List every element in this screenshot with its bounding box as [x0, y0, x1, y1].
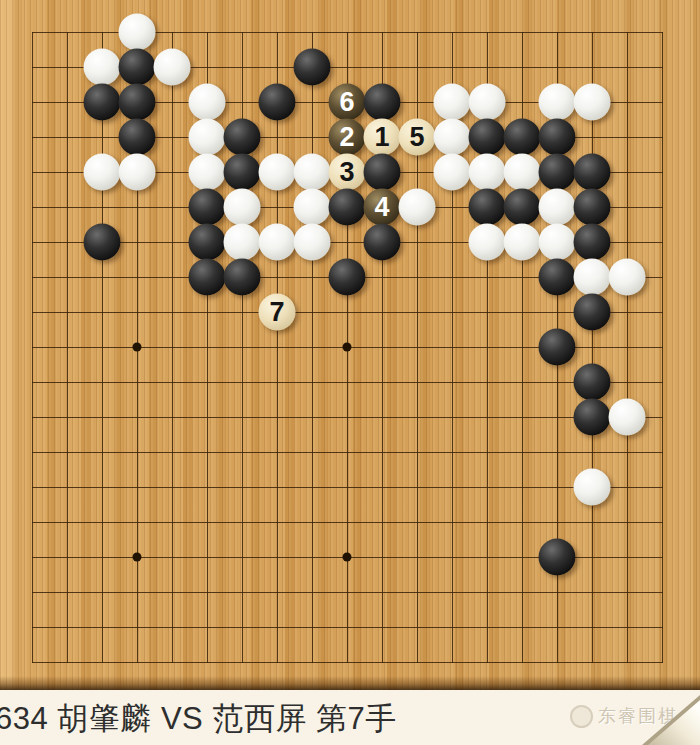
- black-stone: [539, 259, 576, 296]
- white-stone: [504, 154, 541, 191]
- white-stone: [434, 154, 471, 191]
- white-stone: [504, 224, 541, 261]
- black-stone: [364, 84, 401, 121]
- black-stone: [189, 189, 226, 226]
- white-stone: [189, 154, 226, 191]
- white-stone: [119, 14, 156, 51]
- white-stone: [224, 189, 261, 226]
- black-stone: [329, 189, 366, 226]
- move-number-label: 6: [339, 89, 354, 116]
- go-diagram-image: 6215347 634 胡肇麟 VS 范西屏 第7手 东睿围棋: [0, 0, 700, 745]
- white-stone: [574, 259, 611, 296]
- white-stone: [154, 49, 191, 86]
- white-stone: [294, 154, 331, 191]
- white-stone: [189, 84, 226, 121]
- black-stone: [294, 49, 331, 86]
- white-stone: [294, 189, 331, 226]
- black-stone-move-4: 4: [364, 189, 401, 226]
- caption-bar: 634 胡肇麟 VS 范西屏 第7手 东睿围棋: [0, 690, 700, 745]
- black-stone: [224, 259, 261, 296]
- star-point: [133, 343, 142, 352]
- white-stone: [119, 154, 156, 191]
- white-stone: [574, 84, 611, 121]
- black-stone: [259, 84, 296, 121]
- go-board: 6215347: [0, 0, 700, 690]
- black-stone: [469, 119, 506, 156]
- white-stone: [574, 469, 611, 506]
- white-stone: [469, 154, 506, 191]
- black-stone: [539, 154, 576, 191]
- black-stone: [539, 539, 576, 576]
- white-stone-move-5: 5: [399, 119, 436, 156]
- black-stone: [84, 224, 121, 261]
- white-stone: [469, 224, 506, 261]
- move-number-label: 4: [374, 194, 389, 221]
- black-stone: [84, 84, 121, 121]
- white-stone: [609, 259, 646, 296]
- black-stone: [329, 259, 366, 296]
- black-stone: [189, 259, 226, 296]
- watermark-logo-icon: [570, 705, 593, 728]
- black-stone: [224, 154, 261, 191]
- star-point: [343, 343, 352, 352]
- black-stone: [574, 224, 611, 261]
- white-stone: [84, 49, 121, 86]
- go-board-grid: 6215347: [32, 32, 663, 663]
- white-stone: [434, 119, 471, 156]
- game-caption: 634 胡肇麟 VS 范西屏 第7手: [0, 690, 397, 745]
- move-number-label: 5: [409, 124, 424, 151]
- black-stone: [469, 189, 506, 226]
- white-stone-move-3: 3: [329, 154, 366, 191]
- black-stone: [224, 119, 261, 156]
- star-point: [343, 553, 352, 562]
- black-stone: [504, 119, 541, 156]
- white-stone: [539, 189, 576, 226]
- white-stone: [259, 154, 296, 191]
- black-stone: [119, 49, 156, 86]
- black-stone: [574, 189, 611, 226]
- black-stone: [574, 399, 611, 436]
- white-stone: [224, 224, 261, 261]
- black-stone: [119, 84, 156, 121]
- black-stone: [364, 224, 401, 261]
- move-number-label: 3: [339, 159, 354, 186]
- white-stone-move-1: 1: [364, 119, 401, 156]
- move-number-label: 2: [339, 124, 354, 151]
- black-stone: [364, 154, 401, 191]
- white-stone: [294, 224, 331, 261]
- black-stone: [574, 294, 611, 331]
- white-stone: [189, 119, 226, 156]
- black-stone: [574, 154, 611, 191]
- black-stone-move-2: 2: [329, 119, 366, 156]
- black-stone: [189, 224, 226, 261]
- white-stone: [84, 154, 121, 191]
- black-stone: [119, 119, 156, 156]
- move-number-label: 7: [269, 299, 284, 326]
- white-stone: [469, 84, 506, 121]
- white-stone: [609, 399, 646, 436]
- move-number-label: 1: [374, 124, 389, 151]
- white-stone-move-7: 7: [259, 294, 296, 331]
- white-stone: [539, 84, 576, 121]
- white-stone: [259, 224, 296, 261]
- board-bottom-edge: [0, 676, 700, 690]
- black-stone: [539, 329, 576, 366]
- white-stone: [539, 224, 576, 261]
- black-stone: [539, 119, 576, 156]
- watermark: 东睿围棋: [570, 701, 678, 731]
- black-stone: [504, 189, 541, 226]
- star-point: [133, 553, 142, 562]
- white-stone: [434, 84, 471, 121]
- white-stone: [399, 189, 436, 226]
- black-stone-move-6: 6: [329, 84, 366, 121]
- black-stone: [574, 364, 611, 401]
